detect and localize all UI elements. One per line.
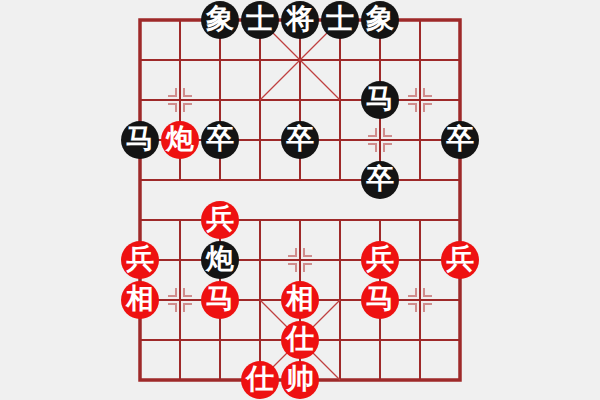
piece-black-horse[interactable]: 马	[121, 121, 159, 159]
piece-glyph: 卒	[286, 125, 314, 153]
piece-red-advisor[interactable]: 仕	[241, 361, 279, 399]
piece-glyph: 仕	[286, 325, 314, 353]
piece-glyph: 兵	[126, 245, 154, 273]
piece-red-horse[interactable]: 马	[361, 281, 399, 319]
piece-glyph: 相	[126, 285, 154, 313]
piece-glyph: 卒	[206, 125, 234, 153]
piece-black-soldier[interactable]: 卒	[201, 121, 239, 159]
piece-black-cannon[interactable]: 炮	[201, 241, 239, 279]
piece-glyph: 炮	[206, 245, 234, 273]
piece-black-soldier[interactable]: 卒	[441, 121, 479, 159]
piece-glyph: 卒	[366, 165, 394, 193]
piece-red-soldier[interactable]: 兵	[441, 241, 479, 279]
piece-glyph: 炮	[166, 125, 194, 153]
piece-glyph: 将	[286, 5, 314, 33]
piece-glyph: 象	[206, 5, 234, 33]
piece-black-horse[interactable]: 马	[361, 81, 399, 119]
piece-glyph: 马	[366, 285, 394, 313]
piece-black-general[interactable]: 将	[281, 1, 319, 39]
piece-glyph: 象	[366, 5, 394, 33]
piece-glyph: 卒	[446, 125, 474, 153]
piece-red-cannon[interactable]: 炮	[161, 121, 199, 159]
piece-red-soldier[interactable]: 兵	[361, 241, 399, 279]
piece-red-elephant[interactable]: 相	[281, 281, 319, 319]
piece-glyph: 马	[366, 85, 394, 113]
piece-glyph: 马	[206, 285, 234, 313]
piece-red-elephant[interactable]: 相	[121, 281, 159, 319]
piece-glyph: 仕	[246, 365, 274, 393]
piece-black-soldier[interactable]: 卒	[281, 121, 319, 159]
piece-red-advisor[interactable]: 仕	[281, 321, 319, 359]
piece-black-elephant[interactable]: 象	[361, 1, 399, 39]
piece-glyph: 马	[126, 125, 154, 153]
xiangqi-app: 象士将士象马马炮卒卒卒卒兵兵炮兵兵相马相马仕仕帅	[0, 0, 600, 400]
piece-black-advisor[interactable]: 士	[321, 1, 359, 39]
piece-red-soldier[interactable]: 兵	[121, 241, 159, 279]
piece-red-soldier[interactable]: 兵	[201, 201, 239, 239]
piece-glyph: 士	[246, 5, 274, 33]
piece-glyph: 兵	[206, 205, 234, 233]
piece-red-general[interactable]: 帅	[281, 361, 319, 399]
piece-glyph: 士	[326, 5, 354, 33]
pieces-layer: 象士将士象马马炮卒卒卒卒兵兵炮兵兵相马相马仕仕帅	[120, 0, 480, 400]
piece-glyph: 兵	[366, 245, 394, 273]
piece-glyph: 兵	[446, 245, 474, 273]
piece-black-advisor[interactable]: 士	[241, 1, 279, 39]
piece-glyph: 相	[286, 285, 314, 313]
piece-black-elephant[interactable]: 象	[201, 1, 239, 39]
piece-black-soldier[interactable]: 卒	[361, 161, 399, 199]
piece-red-horse[interactable]: 马	[201, 281, 239, 319]
piece-glyph: 帅	[286, 365, 314, 393]
